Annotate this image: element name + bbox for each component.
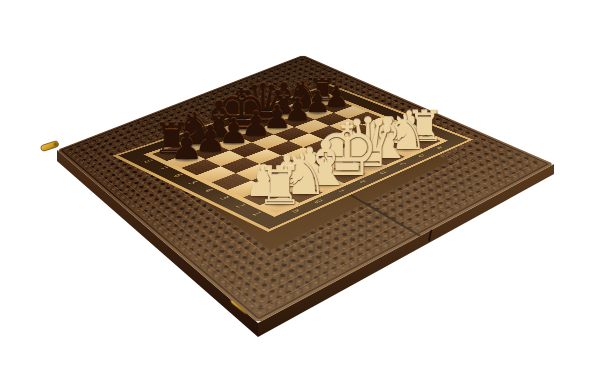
pieces-layer: ♜♞♝♛♚♝♞♜♟♟♟♟♟♟♟♟♟♟♟♟♟♟♟♟♜♞♝♛♚♝♞♜ bbox=[0, 0, 600, 380]
piece-black-pawn-h7[interactable]: ♟ bbox=[164, 129, 208, 166]
product-photo-stage: 87654321abcdefgh ♜♞♝♛♚♝♞♜♟♟♟♟♟♟♟♟♟♟♟♟♟♟♟… bbox=[0, 0, 600, 380]
piece-white-rook-h1[interactable]: ♜ bbox=[249, 160, 311, 212]
